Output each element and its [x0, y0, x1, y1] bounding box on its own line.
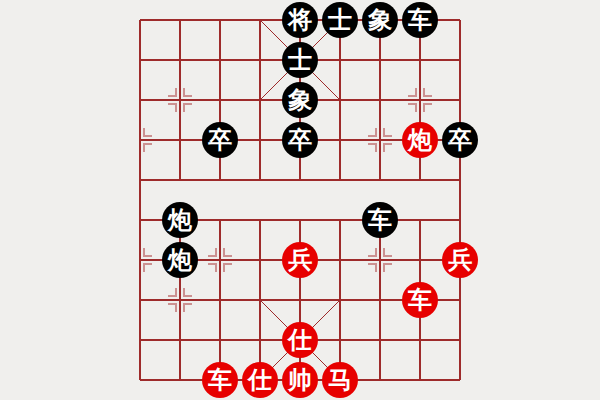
piece-black-cannon[interactable]: 炮	[162, 202, 198, 238]
piece-black-elephant[interactable]: 象	[282, 82, 318, 118]
piece-red-horse[interactable]: 马	[322, 362, 358, 398]
piece-red-chariot[interactable]: 车	[402, 282, 438, 318]
piece-red-soldier[interactable]: 兵	[442, 242, 478, 278]
piece-black-chariot[interactable]: 车	[362, 202, 398, 238]
piece-black-soldier[interactable]: 卒	[442, 122, 478, 158]
screen-background: 将士象车士象卒卒炮卒炮车炮兵兵车仕车仕帅马	[0, 0, 600, 400]
piece-black-soldier[interactable]: 卒	[282, 122, 318, 158]
piece-black-general[interactable]: 将	[282, 2, 318, 38]
piece-black-advisor[interactable]: 士	[282, 42, 318, 78]
piece-black-elephant[interactable]: 象	[362, 2, 398, 38]
piece-red-cannon[interactable]: 炮	[402, 122, 438, 158]
piece-black-advisor[interactable]: 士	[322, 2, 358, 38]
piece-black-cannon[interactable]: 炮	[162, 242, 198, 278]
piece-red-general[interactable]: 帅	[282, 362, 318, 398]
piece-red-soldier[interactable]: 兵	[282, 242, 318, 278]
piece-red-advisor[interactable]: 仕	[282, 322, 318, 358]
piece-black-chariot[interactable]: 车	[402, 2, 438, 38]
pieces-layer: 将士象车士象卒卒炮卒炮车炮兵兵车仕车仕帅马	[120, 0, 480, 400]
piece-black-soldier[interactable]: 卒	[202, 122, 238, 158]
piece-red-chariot[interactable]: 车	[202, 362, 238, 398]
piece-red-advisor[interactable]: 仕	[242, 362, 278, 398]
